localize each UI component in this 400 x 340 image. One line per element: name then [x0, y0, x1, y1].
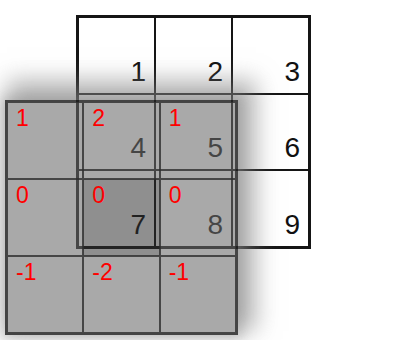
kernel-cell-r2c1: 0	[7, 179, 83, 256]
image-cell-2: 2	[155, 17, 232, 94]
kernel-grid: 1 2 1 0 0 0 -1 -2 -1	[5, 100, 238, 335]
convolution-diagram: 1 2 3 4 5 6 7 8 9 1 2 1 0 0 0 -1 -2 -1	[0, 0, 400, 340]
kernel-cell-r2c2-center: 0	[83, 179, 159, 256]
image-cell-6: 6	[232, 94, 309, 171]
kernel-cell-r1c3: 1	[160, 102, 236, 179]
kernel-cell-r3c1: -1	[7, 256, 83, 333]
kernel-cell-r2c3: 0	[160, 179, 236, 256]
kernel-cell-r3c3: -1	[160, 256, 236, 333]
image-cell-1: 1	[78, 17, 155, 94]
kernel-cell-r1c1: 1	[7, 102, 83, 179]
kernel-cell-r3c2: -2	[83, 256, 159, 333]
image-cell-3: 3	[232, 17, 309, 94]
image-cell-9: 9	[232, 170, 309, 247]
kernel-cell-r1c2: 2	[83, 102, 159, 179]
